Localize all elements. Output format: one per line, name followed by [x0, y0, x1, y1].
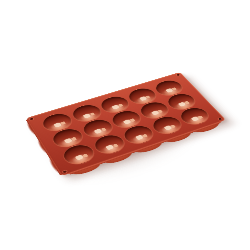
reflection-spot: [184, 101, 189, 104]
reflection-spot: [158, 109, 163, 113]
reflection-spot: [90, 112, 95, 116]
reflection-spot: [142, 134, 148, 138]
reflection-spot: [82, 154, 88, 158]
reflection-spot: [60, 121, 65, 125]
corner-hanging-hole: [63, 170, 67, 173]
reflection-spot: [198, 115, 204, 119]
corner-hanging-hole: [30, 118, 34, 120]
reflection-spot: [172, 87, 177, 90]
reflection-spot: [71, 137, 77, 141]
reflection-spot: [130, 118, 136, 122]
reflection-spot: [145, 95, 150, 98]
reflection-spot: [101, 127, 107, 131]
corner-hanging-hole: [218, 118, 222, 120]
product-photo-stage: [0, 0, 250, 250]
corner-hanging-hole: [177, 74, 181, 76]
reflection-spot: [118, 104, 123, 107]
